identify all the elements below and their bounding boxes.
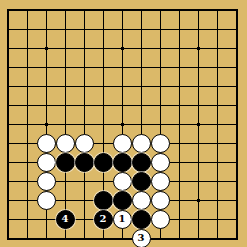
stone-white [37,191,56,210]
move-1-stone-white-cell: 1 [113,210,132,229]
stone-white [151,191,170,210]
stone-white-cell [75,134,94,153]
stone-black-cell [113,153,132,172]
star-point-cell [189,191,208,210]
star-point [197,123,200,126]
stone-white [37,134,56,153]
stone-white [37,153,56,172]
stone-white [56,134,75,153]
stone-white [113,134,132,153]
stone-black-cell [132,172,151,191]
go-board: 4213 [0,1,246,247]
star-point-cell [113,115,132,134]
stone-white [132,191,151,210]
go-diagram: 4213 [0,0,247,247]
stone-white-cell [132,191,151,210]
stone-black [113,191,132,210]
stone-black-cell [132,153,151,172]
stone-white [132,134,151,153]
stone-white-cell [151,172,170,191]
stone-white-cell [151,191,170,210]
stone-white [151,153,170,172]
move-4-stone-black: 4 [56,210,75,229]
stone-white-cell [113,134,132,153]
star-point [197,47,200,50]
move-2-stone-black: 2 [94,210,113,229]
stone-white-cell [151,134,170,153]
star-point-cell [37,115,56,134]
stone-black [132,210,151,229]
stone-white-cell [132,134,151,153]
stone-white-cell [37,172,56,191]
stone-white [151,210,170,229]
stone-white [113,172,132,191]
stone-white-cell [151,210,170,229]
move-4-stone-black-cell: 4 [56,210,75,229]
stone-white [151,134,170,153]
stone-white-cell [56,134,75,153]
star-point-cell [189,39,208,58]
star-point-cell [189,115,208,134]
stone-white-cell [37,153,56,172]
stone-black [56,153,75,172]
stone-black-cell [75,153,94,172]
stone-white-cell [37,134,56,153]
move-1-stone-white: 1 [113,210,132,229]
star-point [197,199,200,202]
move-3-stone-white-cell: 3 [132,229,151,247]
stone-white-cell [37,191,56,210]
stone-black-cell [94,191,113,210]
stone-black-cell [113,191,132,210]
move-3-stone-white: 3 [132,229,151,247]
stone-black-cell [132,210,151,229]
stone-black [75,153,94,172]
stone-black [132,153,151,172]
stone-black [132,172,151,191]
stone-black-cell [56,153,75,172]
stone-black [94,191,113,210]
stone-white-cell [151,153,170,172]
stone-black [113,153,132,172]
star-point-cell [113,39,132,58]
star-point [45,47,48,50]
stone-white [37,172,56,191]
stone-white [75,134,94,153]
star-point [121,123,124,126]
star-point [45,123,48,126]
move-2-stone-black-cell: 2 [94,210,113,229]
star-point [121,47,124,50]
star-point-cell [37,39,56,58]
stone-white [151,172,170,191]
stone-black [94,153,113,172]
stone-white-cell [113,172,132,191]
stone-black-cell [94,153,113,172]
